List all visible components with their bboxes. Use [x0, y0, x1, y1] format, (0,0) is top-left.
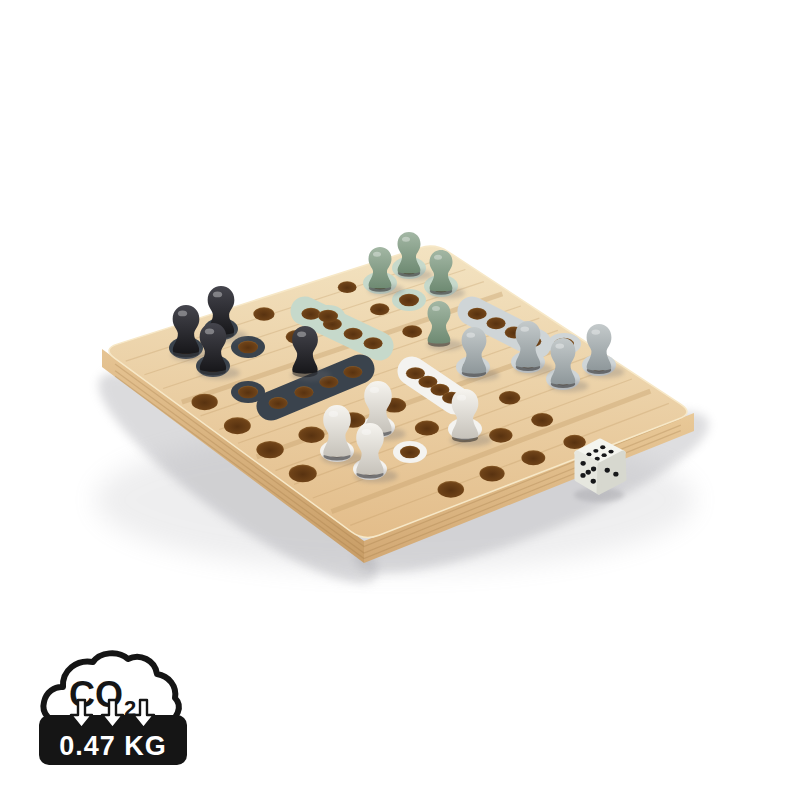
hole: [253, 307, 274, 320]
co2-value: 0.47 KG: [59, 731, 167, 761]
hole: [318, 310, 338, 323]
die[interactable]: [574, 441, 624, 502]
hole: [399, 294, 419, 307]
die-pip: [586, 470, 591, 475]
die-pip: [600, 445, 605, 449]
hole: [402, 325, 422, 337]
hole: [298, 427, 324, 443]
hole: [487, 317, 506, 329]
die-pip: [605, 468, 610, 473]
hole: [563, 435, 586, 449]
hole: [344, 328, 363, 340]
die-pip: [608, 450, 613, 454]
die-pip: [591, 479, 596, 484]
hole: [499, 391, 520, 405]
co2-badge: CO 2 0.47 KG: [36, 648, 190, 770]
co2-down-arrows-icon: [71, 700, 154, 728]
die-pip: [580, 473, 585, 478]
die-pip: [593, 449, 598, 453]
hole: [238, 341, 258, 354]
hole: [301, 308, 320, 320]
die-pip: [591, 467, 596, 472]
hole: [224, 417, 251, 434]
hole: [479, 466, 504, 482]
hole: [438, 481, 464, 498]
die-pip: [602, 453, 607, 457]
hole: [238, 386, 258, 399]
hole: [343, 366, 362, 378]
hole: [400, 446, 420, 459]
hole: [489, 428, 512, 443]
hole: [256, 441, 283, 458]
hole: [370, 303, 389, 315]
hole: [294, 386, 313, 398]
hole: [338, 281, 357, 293]
die-pip: [613, 472, 618, 477]
hole: [269, 397, 288, 409]
hole: [415, 420, 439, 435]
hole: [364, 337, 383, 349]
hole: [468, 308, 487, 320]
hole: [521, 450, 545, 465]
hole: [191, 394, 217, 411]
product-photo-scene: CO 2 0.47 KG: [0, 0, 800, 800]
hole: [531, 413, 553, 427]
hole: [289, 465, 317, 483]
die-pip: [581, 461, 586, 466]
